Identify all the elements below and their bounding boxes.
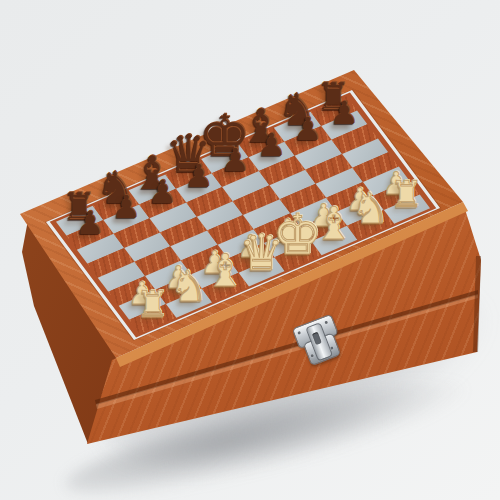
product-photo: ♜♞♝♛♚♝♞♜♟♟♟♟♟♟♟♟♟♟♟♟♟♟♟♟♜♞♝♛♚♝♞♜	[0, 0, 500, 500]
